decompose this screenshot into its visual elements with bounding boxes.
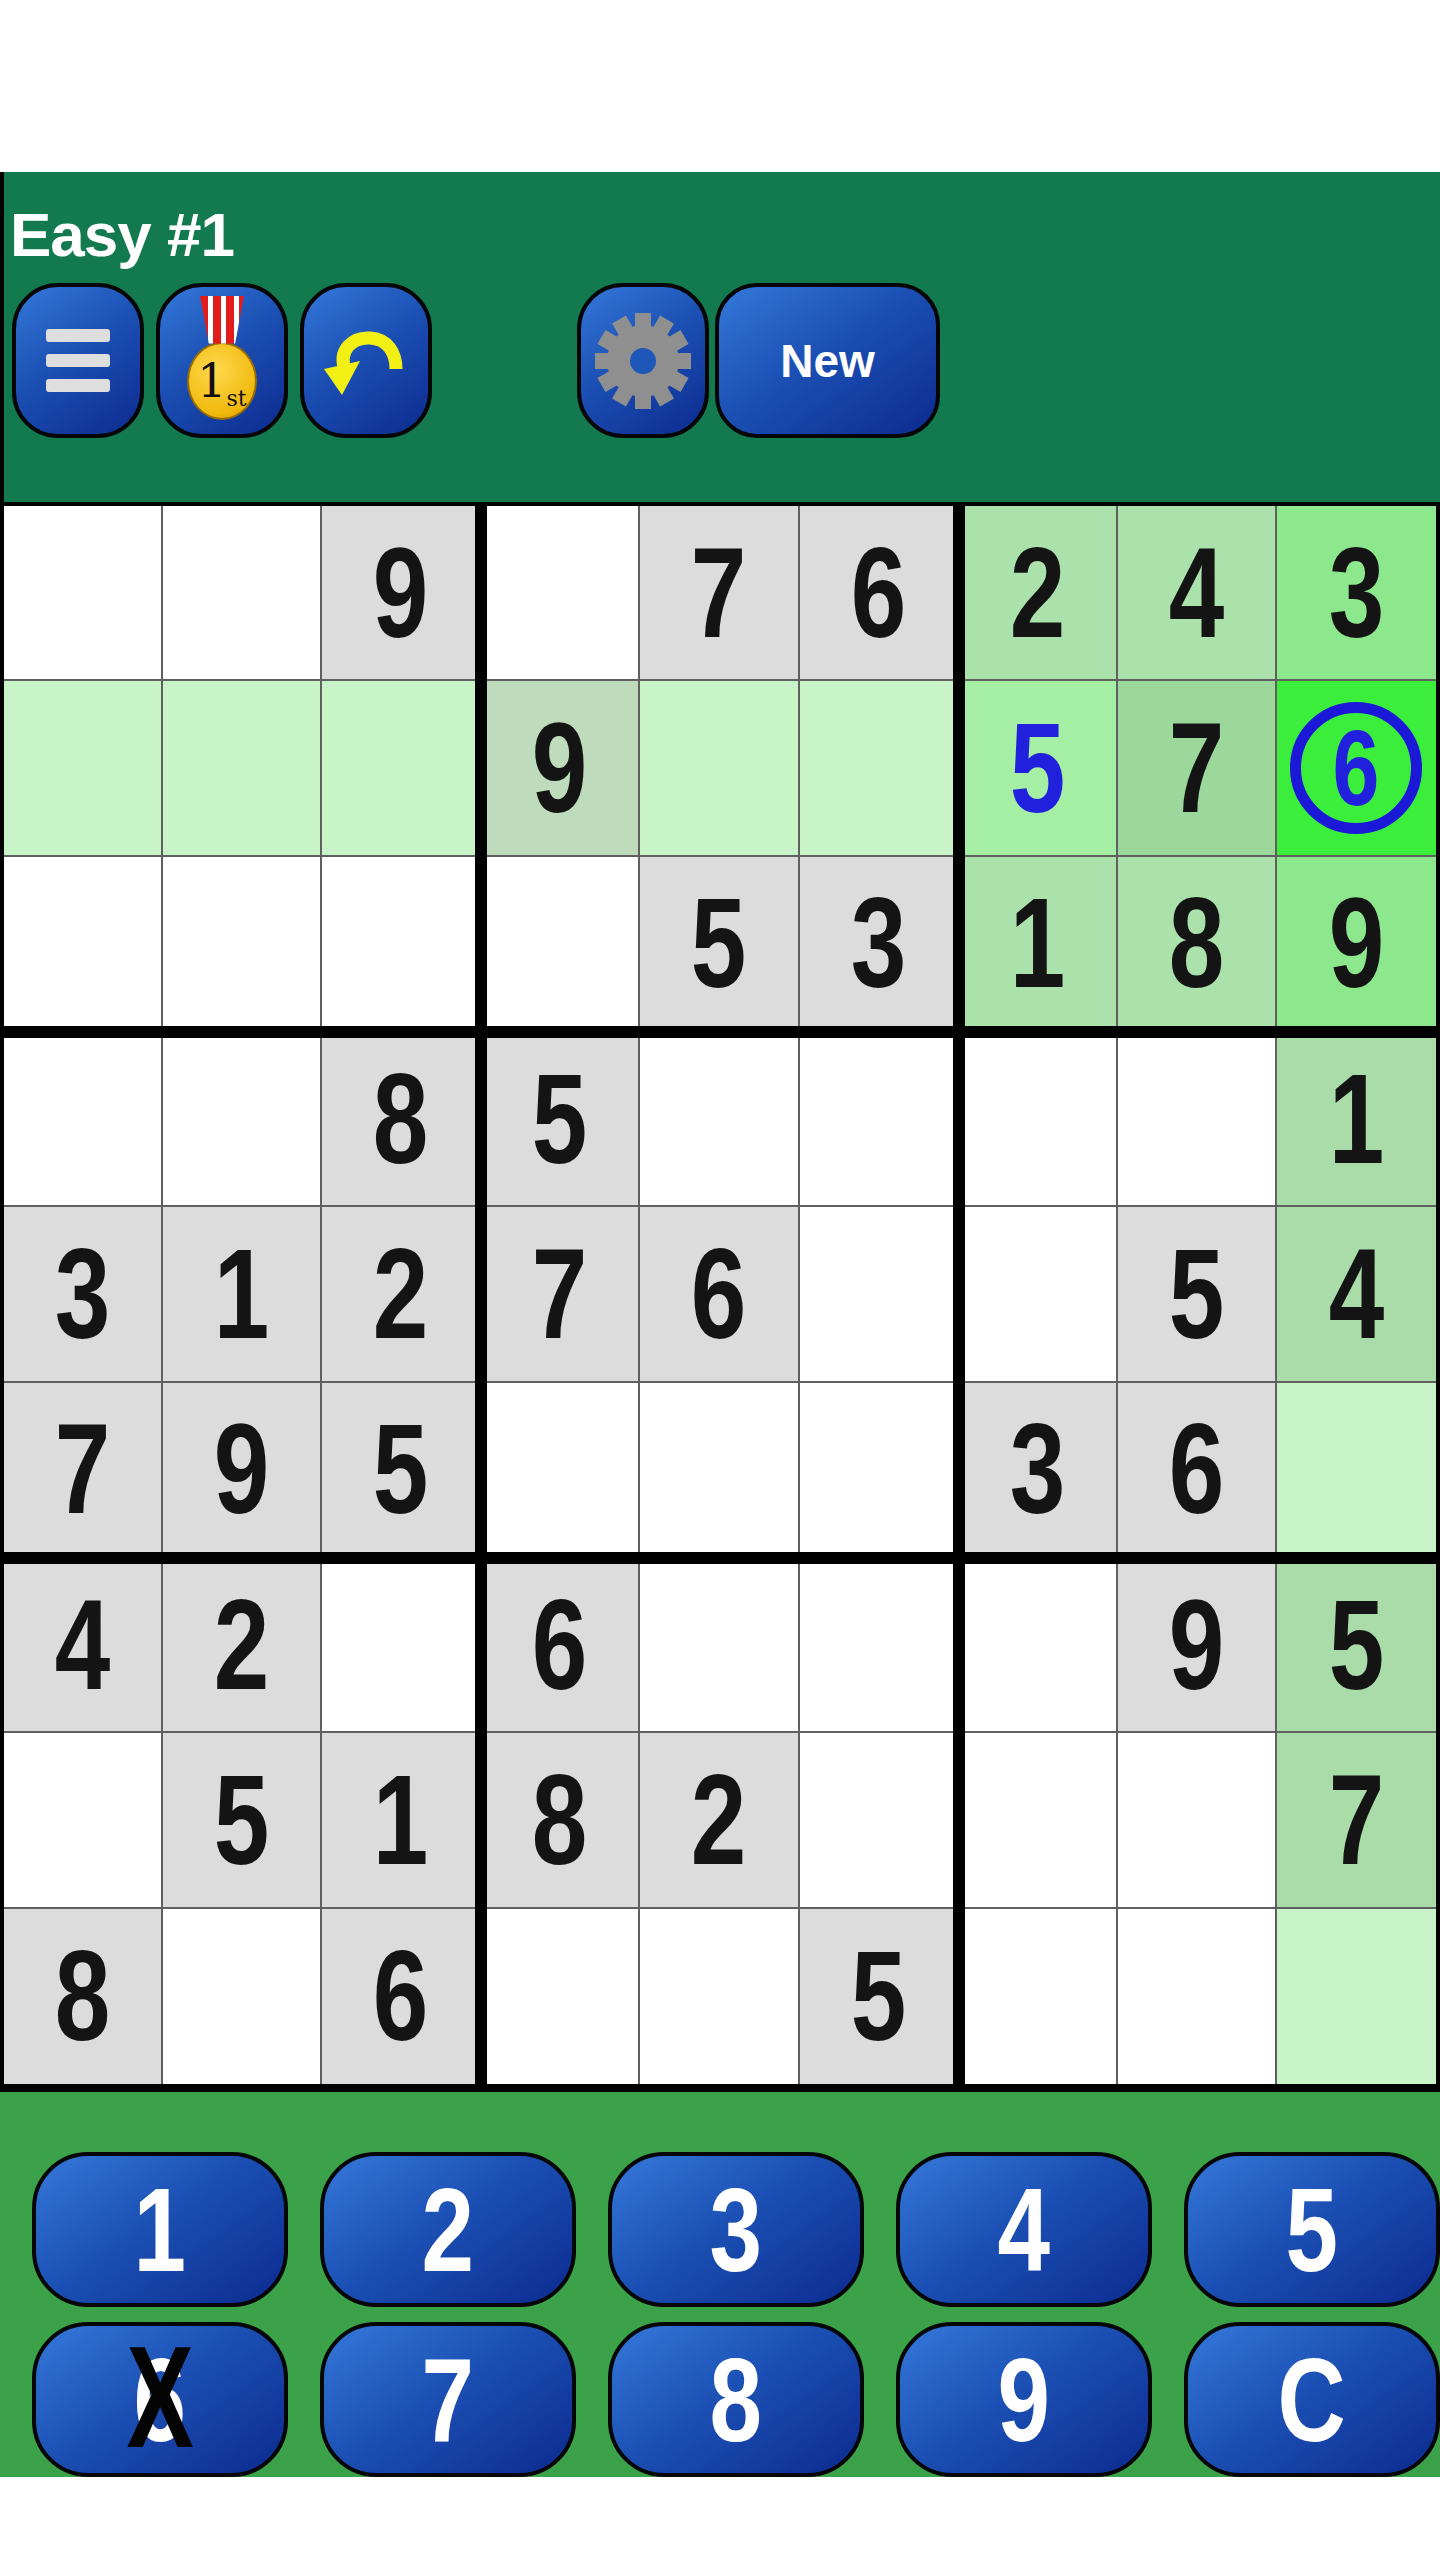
given-digit: 3 xyxy=(850,879,906,1007)
given-digit: 6 xyxy=(1169,1405,1225,1533)
cell-r1c5[interactable]: 7 xyxy=(640,506,799,681)
keypad-row-1: 12345 xyxy=(0,2152,1440,2307)
cell-r2c1[interactable] xyxy=(4,681,163,856)
cell-r2c3[interactable] xyxy=(322,681,481,856)
cell-r1c6[interactable]: 6 xyxy=(800,506,959,681)
header-toolbar: 1st xyxy=(6,283,940,438)
awards-button[interactable]: 1st xyxy=(156,283,288,438)
cell-r4c4[interactable]: 5 xyxy=(481,1032,640,1207)
cell-r2c2[interactable] xyxy=(163,681,322,856)
given-digit: 5 xyxy=(850,1932,906,2060)
given-digit: 5 xyxy=(691,879,747,1007)
keypad-label: 2 xyxy=(422,2171,475,2289)
cell-r8c5[interactable]: 2 xyxy=(640,1733,799,1908)
cell-r5c2[interactable]: 1 xyxy=(163,1207,322,1382)
keypad-row-2: 6X789C xyxy=(0,2322,1440,2477)
keypad-label: 5 xyxy=(1286,2171,1339,2289)
given-digit: 5 xyxy=(1169,1230,1225,1358)
clear-button[interactable]: C xyxy=(1184,2322,1440,2477)
cell-r8c1[interactable] xyxy=(4,1733,163,1908)
given-digit: 9 xyxy=(1169,1581,1225,1709)
cell-r4c3[interactable]: 8 xyxy=(322,1032,481,1207)
cell-r4c2[interactable] xyxy=(163,1032,322,1207)
digit-2-button[interactable]: 2 xyxy=(320,2152,576,2307)
cell-r7c6[interactable] xyxy=(800,1558,959,1733)
given-digit: 1 xyxy=(1329,1055,1385,1183)
menu-icon xyxy=(46,329,110,392)
cell-r3c1[interactable] xyxy=(4,857,163,1032)
cell-r2c8[interactable]: 7 xyxy=(1118,681,1277,856)
given-digit: 7 xyxy=(55,1405,111,1533)
digit-4-button[interactable]: 4 xyxy=(896,2152,1152,2307)
cell-r7c7[interactable] xyxy=(959,1558,1118,1733)
keypad-label: 9 xyxy=(998,2341,1051,2459)
cell-r2c9[interactable]: 6 xyxy=(1277,681,1436,856)
cell-r7c2[interactable]: 2 xyxy=(163,1558,322,1733)
settings-gear-icon xyxy=(587,305,699,417)
cell-r5c6[interactable] xyxy=(800,1207,959,1382)
cell-r4c8[interactable] xyxy=(1118,1032,1277,1207)
cell-r3c9[interactable]: 9 xyxy=(1277,857,1436,1032)
given-digit: 1 xyxy=(1009,879,1065,1007)
given-digit: 1 xyxy=(373,1756,429,1884)
box-divider-horizontal-2 xyxy=(4,1552,1436,1564)
digit-1-button[interactable]: 1 xyxy=(32,2152,288,2307)
cell-r1c3[interactable]: 9 xyxy=(322,506,481,681)
cell-r1c4[interactable] xyxy=(481,506,640,681)
given-digit: 9 xyxy=(214,1405,270,1533)
cell-r4c6[interactable] xyxy=(800,1032,959,1207)
cell-r7c4[interactable]: 6 xyxy=(481,1558,640,1733)
given-digit: 5 xyxy=(532,1055,588,1183)
box-divider-vertical-2 xyxy=(953,506,965,2084)
cell-r6c3[interactable]: 5 xyxy=(322,1383,481,1558)
cell-r6c6[interactable] xyxy=(800,1383,959,1558)
given-digit: 2 xyxy=(214,1581,270,1709)
cell-r7c9[interactable]: 5 xyxy=(1277,1558,1436,1733)
cell-r7c5[interactable] xyxy=(640,1558,799,1733)
cell-r4c9[interactable]: 1 xyxy=(1277,1032,1436,1207)
keypad-label: 8 xyxy=(710,2341,763,2459)
cell-r9c4[interactable] xyxy=(481,1909,640,2084)
cell-r6c4[interactable] xyxy=(481,1383,640,1558)
number-keypad: 12345 6X789C xyxy=(0,2092,1440,2477)
given-digit: 8 xyxy=(1169,879,1225,1007)
cell-r7c1[interactable]: 4 xyxy=(4,1558,163,1733)
cell-r1c7[interactable]: 2 xyxy=(959,506,1118,681)
app-header: Easy #1 1st xyxy=(0,172,1440,502)
keypad-label: 4 xyxy=(998,2171,1051,2289)
cell-r6c9[interactable] xyxy=(1277,1383,1436,1558)
settings-button[interactable] xyxy=(577,283,709,438)
cell-r8c2[interactable]: 5 xyxy=(163,1733,322,1908)
given-digit: 6 xyxy=(850,529,906,657)
given-digit: 7 xyxy=(691,529,747,657)
cell-r2c5[interactable] xyxy=(640,681,799,856)
bottom-margin xyxy=(0,2477,1440,2560)
sudoku-grid: 9762439576531898513127654795364269551827… xyxy=(4,506,1436,2084)
cell-r9c1[interactable]: 8 xyxy=(4,1909,163,2084)
given-digit: 2 xyxy=(691,1756,747,1884)
cell-r5c3[interactable]: 2 xyxy=(322,1207,481,1382)
cell-r5c5[interactable]: 6 xyxy=(640,1207,799,1382)
cell-r2c4[interactable]: 9 xyxy=(481,681,640,856)
cell-r9c7[interactable] xyxy=(959,1909,1118,2084)
undo-icon xyxy=(316,311,416,411)
cell-r9c2[interactable] xyxy=(163,1909,322,2084)
cell-r5c7[interactable] xyxy=(959,1207,1118,1382)
cell-r1c9[interactable]: 3 xyxy=(1277,506,1436,681)
given-digit: 6 xyxy=(532,1581,588,1709)
keypad-label: 7 xyxy=(422,2341,475,2459)
cell-r4c7[interactable] xyxy=(959,1032,1118,1207)
cell-r5c9[interactable]: 4 xyxy=(1277,1207,1436,1382)
given-digit: 7 xyxy=(1329,1756,1385,1884)
given-digit: 4 xyxy=(55,1581,111,1709)
cell-r8c3[interactable]: 1 xyxy=(322,1733,481,1908)
given-digit: 7 xyxy=(532,1230,588,1358)
page-title: Easy #1 xyxy=(4,172,1440,270)
undo-button[interactable] xyxy=(300,283,432,438)
cell-r3c8[interactable]: 8 xyxy=(1118,857,1277,1032)
cell-r3c3[interactable] xyxy=(322,857,481,1032)
cell-r9c9[interactable] xyxy=(1277,1909,1436,2084)
user-digit: 6 xyxy=(1333,714,1380,822)
cell-r8c8[interactable] xyxy=(1118,1733,1277,1908)
given-digit: 4 xyxy=(1329,1230,1385,1358)
cell-r9c8[interactable] xyxy=(1118,1909,1277,2084)
cell-r3c6[interactable]: 3 xyxy=(800,857,959,1032)
cell-r7c8[interactable]: 9 xyxy=(1118,1558,1277,1733)
cell-r2c7[interactable]: 5 xyxy=(959,681,1118,856)
cell-r3c4[interactable] xyxy=(481,857,640,1032)
given-digit: 2 xyxy=(373,1230,429,1358)
status-bar-area xyxy=(0,0,1440,172)
given-digit: 8 xyxy=(373,1055,429,1183)
given-digit: 6 xyxy=(373,1932,429,2060)
digit-9-button[interactable]: 9 xyxy=(896,2322,1152,2477)
digit-5-button[interactable]: 5 xyxy=(1184,2152,1440,2307)
cell-r9c6[interactable]: 5 xyxy=(800,1909,959,2084)
given-digit: 9 xyxy=(373,529,429,657)
digit-6-button[interactable]: 6X xyxy=(32,2322,288,2477)
cell-r6c7[interactable]: 3 xyxy=(959,1383,1118,1558)
cell-r4c1[interactable] xyxy=(4,1032,163,1207)
cell-r6c1[interactable]: 7 xyxy=(4,1383,163,1558)
new-game-label: New xyxy=(780,334,875,388)
given-digit: 7 xyxy=(1169,704,1225,832)
box-divider-horizontal-1 xyxy=(4,1026,1436,1038)
given-digit: 8 xyxy=(55,1932,111,2060)
digit-7-button[interactable]: 7 xyxy=(320,2322,576,2477)
cell-r1c1[interactable] xyxy=(4,506,163,681)
selected-cell-ring: 6 xyxy=(1290,702,1422,834)
given-digit: 6 xyxy=(691,1230,747,1358)
cell-r9c3[interactable]: 6 xyxy=(322,1909,481,2084)
crossed-out-icon: X xyxy=(126,2324,193,2470)
box-divider-vertical-1 xyxy=(475,506,487,2084)
given-digit: 2 xyxy=(1009,529,1065,657)
given-digit: 3 xyxy=(1009,1405,1065,1533)
cell-r6c8[interactable]: 6 xyxy=(1118,1383,1277,1558)
cell-r3c5[interactable]: 5 xyxy=(640,857,799,1032)
cell-r7c3[interactable] xyxy=(322,1558,481,1733)
cell-r8c6[interactable] xyxy=(800,1733,959,1908)
cell-r5c1[interactable]: 3 xyxy=(4,1207,163,1382)
given-digit: 5 xyxy=(373,1405,429,1533)
cell-r8c7[interactable] xyxy=(959,1733,1118,1908)
given-digit: 9 xyxy=(1329,879,1385,1007)
cell-r5c4[interactable]: 7 xyxy=(481,1207,640,1382)
given-digit: 8 xyxy=(532,1756,588,1884)
given-digit: 9 xyxy=(532,704,588,832)
cell-r3c7[interactable]: 1 xyxy=(959,857,1118,1032)
given-digit: 4 xyxy=(1169,529,1225,657)
keypad-label: 1 xyxy=(134,2171,187,2289)
given-digit: 3 xyxy=(1329,529,1385,657)
cell-r5c8[interactable]: 5 xyxy=(1118,1207,1277,1382)
medal-icon: 1st xyxy=(187,296,257,420)
cell-r3c2[interactable] xyxy=(163,857,322,1032)
given-digit: 1 xyxy=(214,1230,270,1358)
given-digit: 3 xyxy=(55,1230,111,1358)
cell-r6c5[interactable] xyxy=(640,1383,799,1558)
cell-r6c2[interactable]: 9 xyxy=(163,1383,322,1558)
given-digit: 5 xyxy=(214,1756,270,1884)
cell-r8c4[interactable]: 8 xyxy=(481,1733,640,1908)
cell-r9c5[interactable] xyxy=(640,1909,799,2084)
sudoku-board: 9762439576531898513127654795364269551827… xyxy=(0,502,1440,2092)
menu-button[interactable] xyxy=(12,283,144,438)
new-game-button[interactable]: New xyxy=(715,283,940,438)
digit-3-button[interactable]: 3 xyxy=(608,2152,864,2307)
given-digit: 5 xyxy=(1329,1581,1385,1709)
cell-r1c8[interactable]: 4 xyxy=(1118,506,1277,681)
digit-8-button[interactable]: 8 xyxy=(608,2322,864,2477)
keypad-label: 3 xyxy=(710,2171,763,2289)
cell-r1c2[interactable] xyxy=(163,506,322,681)
cell-r4c5[interactable] xyxy=(640,1032,799,1207)
cell-r2c6[interactable] xyxy=(800,681,959,856)
cell-r8c9[interactable]: 7 xyxy=(1277,1733,1436,1908)
keypad-label: C xyxy=(1278,2341,1346,2459)
user-digit: 5 xyxy=(1009,704,1065,832)
